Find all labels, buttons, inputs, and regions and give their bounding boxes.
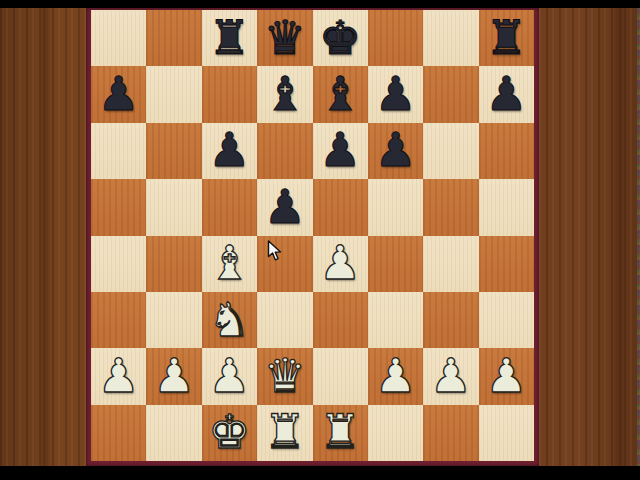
square-a1[interactable]: [91, 405, 146, 461]
square-f2[interactable]: ♟: [368, 348, 423, 404]
square-e6[interactable]: ♟: [313, 123, 368, 179]
piece-black-pawn: ♟: [264, 183, 306, 232]
square-g6[interactable]: [423, 123, 478, 179]
piece-white-pawn: ♟: [98, 352, 140, 401]
square-d6[interactable]: [257, 123, 312, 179]
piece-black-rook: ♜: [485, 14, 527, 63]
piece-white-knight: ♞: [208, 296, 250, 345]
square-c5[interactable]: [202, 179, 257, 235]
square-h2[interactable]: ♟: [479, 348, 534, 404]
square-f6[interactable]: ♟: [368, 123, 423, 179]
piece-white-queen: ♛: [264, 352, 306, 401]
wood-table: ♜♛♚♜♟♝♝♟♟♟♟♟♟♝♟♞♟♟♟♛♟♟♟♚♜♜: [0, 8, 640, 466]
piece-black-pawn: ♟: [319, 126, 361, 175]
chess-board-frame: ♜♛♚♜♟♝♝♟♟♟♟♟♟♝♟♞♟♟♟♛♟♟♟♚♜♜: [86, 8, 539, 466]
piece-white-rook: ♜: [319, 408, 361, 457]
piece-black-rook: ♜: [208, 14, 250, 63]
square-b7[interactable]: [146, 66, 201, 122]
square-b6[interactable]: [146, 123, 201, 179]
square-e2[interactable]: [313, 348, 368, 404]
square-g3[interactable]: [423, 292, 478, 348]
square-b4[interactable]: [146, 236, 201, 292]
piece-white-pawn: ♟: [208, 352, 250, 401]
piece-white-rook: ♜: [264, 408, 306, 457]
piece-black-pawn: ♟: [374, 126, 416, 175]
square-e4[interactable]: ♟: [313, 236, 368, 292]
square-b3[interactable]: [146, 292, 201, 348]
piece-white-pawn: ♟: [430, 352, 472, 401]
piece-white-pawn: ♟: [374, 352, 416, 401]
square-c8[interactable]: ♜: [202, 10, 257, 66]
square-a6[interactable]: [91, 123, 146, 179]
piece-black-pawn: ♟: [208, 126, 250, 175]
piece-white-bishop: ♝: [208, 239, 250, 288]
square-h7[interactable]: ♟: [479, 66, 534, 122]
square-e7[interactable]: ♝: [313, 66, 368, 122]
square-h1[interactable]: [479, 405, 534, 461]
piece-black-king: ♚: [319, 14, 361, 63]
square-a3[interactable]: [91, 292, 146, 348]
square-b8[interactable]: [146, 10, 201, 66]
video-frame: ♜♛♚♜♟♝♝♟♟♟♟♟♟♝♟♞♟♟♟♛♟♟♟♚♜♜: [0, 0, 640, 480]
square-b1[interactable]: [146, 405, 201, 461]
square-f3[interactable]: [368, 292, 423, 348]
square-f7[interactable]: ♟: [368, 66, 423, 122]
square-e8[interactable]: ♚: [313, 10, 368, 66]
letterbox-top: [0, 0, 640, 8]
piece-black-bishop: ♝: [264, 70, 306, 119]
square-g5[interactable]: [423, 179, 478, 235]
square-f1[interactable]: [368, 405, 423, 461]
mouse-cursor-icon: [267, 240, 282, 262]
square-d4[interactable]: [257, 236, 312, 292]
square-a8[interactable]: [91, 10, 146, 66]
square-g8[interactable]: [423, 10, 478, 66]
square-h8[interactable]: ♜: [479, 10, 534, 66]
piece-white-pawn: ♟: [485, 352, 527, 401]
square-f8[interactable]: [368, 10, 423, 66]
square-a2[interactable]: ♟: [91, 348, 146, 404]
chess-board: ♜♛♚♜♟♝♝♟♟♟♟♟♟♝♟♞♟♟♟♛♟♟♟♚♜♜: [91, 10, 534, 461]
square-g2[interactable]: ♟: [423, 348, 478, 404]
square-d1[interactable]: ♜: [257, 405, 312, 461]
piece-black-bishop: ♝: [319, 70, 361, 119]
piece-white-pawn: ♟: [319, 239, 361, 288]
square-e3[interactable]: [313, 292, 368, 348]
wood-grain-streak: [614, 8, 624, 466]
square-b2[interactable]: ♟: [146, 348, 201, 404]
square-c7[interactable]: [202, 66, 257, 122]
square-h6[interactable]: [479, 123, 534, 179]
square-e1[interactable]: ♜: [313, 405, 368, 461]
square-d7[interactable]: ♝: [257, 66, 312, 122]
square-d3[interactable]: [257, 292, 312, 348]
square-a4[interactable]: [91, 236, 146, 292]
piece-black-queen: ♛: [264, 14, 306, 63]
square-f4[interactable]: [368, 236, 423, 292]
square-e5[interactable]: [313, 179, 368, 235]
square-a7[interactable]: ♟: [91, 66, 146, 122]
square-h5[interactable]: [479, 179, 534, 235]
square-c1[interactable]: ♚: [202, 405, 257, 461]
square-c6[interactable]: ♟: [202, 123, 257, 179]
piece-black-pawn: ♟: [374, 70, 416, 119]
square-g7[interactable]: [423, 66, 478, 122]
square-g1[interactable]: [423, 405, 478, 461]
square-c2[interactable]: ♟: [202, 348, 257, 404]
piece-black-pawn: ♟: [485, 70, 527, 119]
piece-black-pawn: ♟: [98, 70, 140, 119]
square-d8[interactable]: ♛: [257, 10, 312, 66]
square-g4[interactable]: [423, 236, 478, 292]
square-h3[interactable]: [479, 292, 534, 348]
square-b5[interactable]: [146, 179, 201, 235]
square-h4[interactable]: [479, 236, 534, 292]
piece-white-king: ♚: [208, 408, 250, 457]
wood-grain-streak: [40, 8, 50, 466]
square-c4[interactable]: ♝: [202, 236, 257, 292]
letterbox-bottom: [0, 466, 640, 480]
square-a5[interactable]: [91, 179, 146, 235]
piece-white-pawn: ♟: [153, 352, 195, 401]
square-d2[interactable]: ♛: [257, 348, 312, 404]
square-f5[interactable]: [368, 179, 423, 235]
square-c3[interactable]: ♞: [202, 292, 257, 348]
square-d5[interactable]: ♟: [257, 179, 312, 235]
